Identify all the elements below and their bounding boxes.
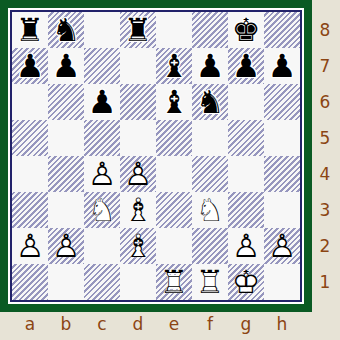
square-e4[interactable] [156, 156, 192, 192]
square-g6[interactable] [228, 84, 264, 120]
square-c1[interactable] [84, 264, 120, 300]
square-h2[interactable]: ♟♙ [264, 228, 300, 264]
square-c4[interactable]: ♟♙ [84, 156, 120, 192]
square-g4[interactable] [228, 156, 264, 192]
piece-outline-layer: ♘ [84, 192, 120, 228]
square-f7[interactable]: ♟ [192, 48, 228, 84]
file-label-g: g [228, 311, 264, 337]
rank-label-2: 2 [312, 228, 338, 264]
piece-glyph: ♝ [156, 48, 192, 84]
piece-glyph: ♝ [156, 84, 192, 120]
chess-board: ♜♞♜♚♟♟♝♟♟♟♟♝♞♟♙♟♙♞♘♝♗♞♘♟♙♟♙♝♗♟♙♟♙♜♖♜♖♚♔ [12, 12, 300, 300]
square-c5[interactable] [84, 120, 120, 156]
square-c2[interactable] [84, 228, 120, 264]
piece-white-rook: ♜♖ [156, 264, 192, 300]
square-b4[interactable] [48, 156, 84, 192]
square-g1[interactable]: ♚♔ [228, 264, 264, 300]
square-d6[interactable] [120, 84, 156, 120]
piece-fill-layer: ♝ [120, 192, 156, 228]
square-d1[interactable] [120, 264, 156, 300]
piece-glyph: ♚ [228, 12, 264, 48]
piece-outline-layer: ♗ [120, 228, 156, 264]
square-e5[interactable] [156, 120, 192, 156]
piece-white-pawn: ♟♙ [12, 228, 48, 264]
square-f4[interactable] [192, 156, 228, 192]
square-d8[interactable]: ♜ [120, 12, 156, 48]
square-e2[interactable] [156, 228, 192, 264]
file-label-h: h [264, 311, 300, 337]
rank-label-8: 8 [312, 12, 338, 48]
square-c8[interactable] [84, 12, 120, 48]
piece-black-pawn: ♟ [48, 48, 84, 84]
piece-black-pawn: ♟ [264, 48, 300, 84]
piece-white-knight: ♞♘ [192, 192, 228, 228]
piece-white-bishop: ♝♗ [120, 192, 156, 228]
file-label-d: d [120, 311, 156, 337]
piece-fill-layer: ♝ [120, 228, 156, 264]
piece-white-bishop: ♝♗ [120, 228, 156, 264]
board-frame: ♜♞♜♚♟♟♝♟♟♟♟♝♞♟♙♟♙♞♘♝♗♞♘♟♙♟♙♝♗♟♙♟♙♜♖♜♖♚♔ [0, 0, 312, 312]
square-g8[interactable]: ♚ [228, 12, 264, 48]
piece-fill-layer: ♟ [264, 228, 300, 264]
piece-white-king: ♚♔ [228, 264, 264, 300]
piece-black-king: ♚ [228, 12, 264, 48]
square-h8[interactable] [264, 12, 300, 48]
piece-fill-layer: ♚ [228, 264, 264, 300]
square-c6[interactable]: ♟ [84, 84, 120, 120]
piece-outline-layer: ♘ [192, 192, 228, 228]
file-label-c: c [84, 311, 120, 337]
square-h4[interactable] [264, 156, 300, 192]
square-f1[interactable]: ♜♖ [192, 264, 228, 300]
square-a2[interactable]: ♟♙ [12, 228, 48, 264]
square-e7[interactable]: ♝ [156, 48, 192, 84]
square-b7[interactable]: ♟ [48, 48, 84, 84]
square-h5[interactable] [264, 120, 300, 156]
piece-outline-layer: ♙ [120, 156, 156, 192]
square-b5[interactable] [48, 120, 84, 156]
piece-black-rook: ♜ [12, 12, 48, 48]
piece-white-pawn: ♟♙ [84, 156, 120, 192]
piece-black-knight: ♞ [48, 12, 84, 48]
square-a8[interactable]: ♜ [12, 12, 48, 48]
piece-glyph: ♞ [192, 84, 228, 120]
piece-outline-layer: ♙ [12, 228, 48, 264]
piece-fill-layer: ♞ [192, 192, 228, 228]
board-border: ♜♞♜♚♟♟♝♟♟♟♟♝♞♟♙♟♙♞♘♝♗♞♘♟♙♟♙♝♗♟♙♟♙♜♖♜♖♚♔ [10, 10, 302, 302]
piece-white-pawn: ♟♙ [264, 228, 300, 264]
file-label-a: a [12, 311, 48, 337]
square-g3[interactable] [228, 192, 264, 228]
piece-fill-layer: ♟ [228, 228, 264, 264]
square-a6[interactable] [12, 84, 48, 120]
square-e8[interactable] [156, 12, 192, 48]
piece-fill-layer: ♟ [12, 228, 48, 264]
piece-fill-layer: ♟ [48, 228, 84, 264]
piece-outline-layer: ♔ [228, 264, 264, 300]
piece-black-pawn: ♟ [12, 48, 48, 84]
square-b6[interactable] [48, 84, 84, 120]
square-g5[interactable] [228, 120, 264, 156]
piece-black-pawn: ♟ [228, 48, 264, 84]
piece-black-knight: ♞ [192, 84, 228, 120]
piece-fill-layer: ♜ [156, 264, 192, 300]
square-a1[interactable] [12, 264, 48, 300]
square-c7[interactable] [84, 48, 120, 84]
piece-black-pawn: ♟ [84, 84, 120, 120]
file-label-f: f [192, 311, 228, 337]
piece-fill-layer: ♜ [192, 264, 228, 300]
piece-outline-layer: ♙ [264, 228, 300, 264]
piece-fill-layer: ♟ [84, 156, 120, 192]
square-g7[interactable]: ♟ [228, 48, 264, 84]
square-a4[interactable] [12, 156, 48, 192]
piece-black-bishop: ♝ [156, 84, 192, 120]
piece-white-knight: ♞♘ [84, 192, 120, 228]
piece-fill-layer: ♟ [120, 156, 156, 192]
piece-outline-layer: ♙ [48, 228, 84, 264]
square-f2[interactable] [192, 228, 228, 264]
square-b3[interactable] [48, 192, 84, 228]
square-f5[interactable] [192, 120, 228, 156]
square-d7[interactable] [120, 48, 156, 84]
rank-label-6: 6 [312, 84, 338, 120]
piece-black-pawn: ♟ [192, 48, 228, 84]
square-h7[interactable]: ♟ [264, 48, 300, 84]
piece-glyph: ♟ [264, 48, 300, 84]
piece-glyph: ♟ [192, 48, 228, 84]
square-b1[interactable] [48, 264, 84, 300]
board-frame-inner-line: ♜♞♜♚♟♟♝♟♟♟♟♝♞♟♙♟♙♞♘♝♗♞♘♟♙♟♙♝♗♟♙♟♙♜♖♜♖♚♔ [8, 8, 304, 304]
piece-outline-layer: ♖ [192, 264, 228, 300]
square-a5[interactable] [12, 120, 48, 156]
square-f3[interactable]: ♞♘ [192, 192, 228, 228]
square-d5[interactable] [120, 120, 156, 156]
square-d3[interactable]: ♝♗ [120, 192, 156, 228]
square-a3[interactable] [12, 192, 48, 228]
piece-outline-layer: ♙ [228, 228, 264, 264]
piece-black-rook: ♜ [120, 12, 156, 48]
rank-label-4: 4 [312, 156, 338, 192]
piece-glyph: ♟ [12, 48, 48, 84]
piece-glyph: ♞ [48, 12, 84, 48]
square-e6[interactable]: ♝ [156, 84, 192, 120]
piece-glyph: ♟ [84, 84, 120, 120]
square-e1[interactable]: ♜♖ [156, 264, 192, 300]
piece-white-rook: ♜♖ [192, 264, 228, 300]
piece-outline-layer: ♖ [156, 264, 192, 300]
rank-label-7: 7 [312, 48, 338, 84]
square-f6[interactable]: ♞ [192, 84, 228, 120]
square-f8[interactable] [192, 12, 228, 48]
square-h3[interactable] [264, 192, 300, 228]
rank-label-5: 5 [312, 120, 338, 156]
piece-black-bishop: ♝ [156, 48, 192, 84]
rank-label-3: 3 [312, 192, 338, 228]
piece-glyph: ♟ [48, 48, 84, 84]
piece-glyph: ♟ [228, 48, 264, 84]
piece-fill-layer: ♞ [84, 192, 120, 228]
piece-white-pawn: ♟♙ [120, 156, 156, 192]
file-label-e: e [156, 311, 192, 337]
square-h1[interactable] [264, 264, 300, 300]
square-c3[interactable]: ♞♘ [84, 192, 120, 228]
square-d4[interactable]: ♟♙ [120, 156, 156, 192]
square-b2[interactable]: ♟♙ [48, 228, 84, 264]
piece-outline-layer: ♙ [84, 156, 120, 192]
square-e3[interactable] [156, 192, 192, 228]
rank-label-1: 1 [312, 264, 338, 300]
file-label-b: b [48, 311, 84, 337]
chess-diagram-page: { "game": "chess", "position": { "fen": … [0, 0, 340, 340]
piece-white-pawn: ♟♙ [48, 228, 84, 264]
square-h6[interactable] [264, 84, 300, 120]
piece-glyph: ♜ [12, 12, 48, 48]
square-g2[interactable]: ♟♙ [228, 228, 264, 264]
square-b8[interactable]: ♞ [48, 12, 84, 48]
piece-glyph: ♜ [120, 12, 156, 48]
square-d2[interactable]: ♝♗ [120, 228, 156, 264]
piece-white-pawn: ♟♙ [228, 228, 264, 264]
square-a7[interactable]: ♟ [12, 48, 48, 84]
piece-outline-layer: ♗ [120, 192, 156, 228]
